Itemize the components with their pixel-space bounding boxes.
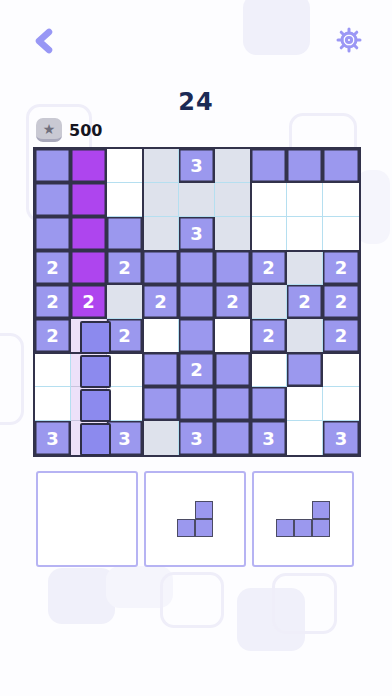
board-cell-r2c6[interactable] <box>215 183 251 217</box>
board-cell-r8c1[interactable] <box>35 387 71 421</box>
animating-block <box>80 355 111 388</box>
board-cell-r7c9[interactable] <box>323 353 359 387</box>
board-cell-r6c7[interactable]: 2 <box>251 319 287 353</box>
board-cell-r3c5[interactable]: 3 <box>179 217 215 251</box>
tray-slot-1[interactable] <box>36 471 138 567</box>
board-cell-r5c9[interactable]: 2 <box>323 285 359 319</box>
board-cell-r7c3[interactable] <box>107 353 143 387</box>
piece-empty <box>294 501 312 519</box>
board-cell-r7c6[interactable] <box>215 353 251 387</box>
board-cell-r6c2[interactable] <box>71 319 107 353</box>
board-cell-r5c2[interactable]: 2 <box>71 285 107 319</box>
board-cell-r4c6[interactable] <box>215 251 251 285</box>
cell-value: 2 <box>262 325 275 346</box>
board-cell-r2c9[interactable] <box>323 183 359 217</box>
score-value: 24 <box>0 88 392 116</box>
board-cell-r4c5[interactable] <box>179 251 215 285</box>
board-cell-r5c8[interactable]: 2 <box>287 285 323 319</box>
cell-value: 2 <box>335 291 348 312</box>
piece-block <box>294 519 312 537</box>
board-cell-r6c9[interactable]: 2 <box>323 319 359 353</box>
animating-block <box>80 423 111 456</box>
board-cell-r8c3[interactable] <box>107 387 143 421</box>
star-icon: ★ <box>43 122 56 136</box>
bg-shape <box>272 573 337 634</box>
board-cell-r9c1[interactable]: 3 <box>35 421 71 455</box>
cell-value: 3 <box>262 428 275 449</box>
animating-block <box>80 321 111 354</box>
gear-icon <box>334 43 364 58</box>
bg-shape <box>106 566 173 608</box>
board-cell-r3c6[interactable] <box>215 217 251 251</box>
board-cell-r8c4[interactable] <box>143 387 179 421</box>
cell-value: 3 <box>118 428 131 449</box>
board-cell-r9c9[interactable]: 3 <box>323 421 359 455</box>
board-cell-r1c5[interactable]: 3 <box>179 149 215 183</box>
cell-value: 2 <box>262 257 275 278</box>
piece-empty <box>177 501 195 519</box>
cell-value: 2 <box>46 291 59 312</box>
board-cell-r4c4[interactable] <box>143 251 179 285</box>
board-cell-r4c7[interactable]: 2 <box>251 251 287 285</box>
tray-slot-3[interactable] <box>252 471 354 567</box>
board-cell-r9c4[interactable] <box>143 421 179 455</box>
bg-shape <box>243 0 310 55</box>
settings-button[interactable] <box>334 25 364 55</box>
board-cell-r6c1[interactable]: 2 <box>35 319 71 353</box>
cell-value: 2 <box>118 257 131 278</box>
cell-value: 2 <box>154 291 167 312</box>
cell-value: 2 <box>298 291 311 312</box>
board-cell-r6c6[interactable] <box>215 319 251 353</box>
board-cell-r4c1[interactable]: 2 <box>35 251 71 285</box>
cell-value: 3 <box>190 223 203 244</box>
board-cell-r8c9[interactable] <box>323 387 359 421</box>
cell-value: 3 <box>190 155 203 176</box>
board-cell-r2c1[interactable] <box>35 183 71 217</box>
cell-value: 2 <box>190 359 203 380</box>
board-cell-r3c9[interactable] <box>323 217 359 251</box>
board-cell-r9c7[interactable]: 3 <box>251 421 287 455</box>
bg-shape <box>160 572 224 628</box>
board-cell-r9c6[interactable] <box>215 421 251 455</box>
board-cell-r8c7[interactable] <box>251 387 287 421</box>
board-cell-r8c2[interactable] <box>71 387 107 421</box>
animating-block <box>80 389 111 422</box>
board-cell-r2c3[interactable] <box>107 183 143 217</box>
piece-block <box>195 519 213 537</box>
board-cell-r5c5[interactable] <box>179 285 215 319</box>
cell-value: 2 <box>46 325 59 346</box>
board-cell-r5c7[interactable] <box>251 285 287 319</box>
game-screen: 24 ★ 500 3322222222222222233333 <box>0 0 392 696</box>
board-cell-r5c3[interactable] <box>107 285 143 319</box>
cell-value: 2 <box>335 325 348 346</box>
cell-value: 2 <box>82 291 95 312</box>
board-cell-r4c3[interactable]: 2 <box>107 251 143 285</box>
board-cell-r6c8[interactable] <box>287 319 323 353</box>
tray-piece-2[interactable] <box>177 501 213 537</box>
board-cell-r4c2[interactable] <box>71 251 107 285</box>
cell-value: 3 <box>335 428 348 449</box>
board-cell-r1c3[interactable] <box>107 149 143 183</box>
board-cell-r6c3[interactable]: 2 <box>107 319 143 353</box>
piece-block <box>312 519 330 537</box>
piece-block <box>195 501 213 519</box>
board-cell-r2c5[interactable] <box>179 183 215 217</box>
cell-value: 2 <box>226 291 239 312</box>
board-cell-r1c6[interactable] <box>215 149 251 183</box>
board-cell-r1c1[interactable] <box>35 149 71 183</box>
board-cell-r7c1[interactable] <box>35 353 71 387</box>
board-cell-r1c2[interactable] <box>71 149 107 183</box>
board-cell-r6c4[interactable] <box>143 319 179 353</box>
board-cell-r6c5[interactable] <box>179 319 215 353</box>
board-cell-r2c2[interactable] <box>71 183 107 217</box>
board-cell-r7c5[interactable]: 2 <box>179 353 215 387</box>
piece-block <box>177 519 195 537</box>
tray-piece-3[interactable] <box>276 501 330 537</box>
tray-slot-2[interactable] <box>144 471 246 567</box>
board-cell-r3c4[interactable] <box>143 217 179 251</box>
board-cell-r9c5[interactable]: 3 <box>179 421 215 455</box>
board-cell-r9c2[interactable] <box>71 421 107 455</box>
board-cell-r1c4[interactable] <box>143 149 179 183</box>
board-cell-r3c7[interactable] <box>251 217 287 251</box>
board-cell-r9c8[interactable] <box>287 421 323 455</box>
star-badge: ★ <box>36 118 62 142</box>
back-button[interactable] <box>30 27 60 57</box>
board-cell-r4c8[interactable] <box>287 251 323 285</box>
piece-block <box>312 501 330 519</box>
cell-value: 2 <box>118 325 131 346</box>
board-cell-r7c2[interactable] <box>71 353 107 387</box>
board-cell-r7c4[interactable] <box>143 353 179 387</box>
piece-block <box>276 519 294 537</box>
board-cell-r4c9[interactable]: 2 <box>323 251 359 285</box>
bg-shape <box>237 588 305 651</box>
star-count: 500 <box>69 121 102 140</box>
chevron-left-icon <box>32 43 58 58</box>
board-cell-r7c8[interactable] <box>287 353 323 387</box>
bg-shape <box>356 170 390 244</box>
board-cell-r8c6[interactable] <box>215 387 251 421</box>
board-grid: 3322222222222222233333 <box>33 147 361 457</box>
board-cell-r3c8[interactable] <box>287 217 323 251</box>
board-cell-r5c6[interactable]: 2 <box>215 285 251 319</box>
board-cell-r2c8[interactable] <box>287 183 323 217</box>
cell-value: 2 <box>46 257 59 278</box>
board-cell-r9c3[interactable]: 3 <box>107 421 143 455</box>
board-cell-r3c3[interactable] <box>107 217 143 251</box>
piece-empty <box>276 501 294 519</box>
board-cell-r8c8[interactable] <box>287 387 323 421</box>
board-cell-r3c1[interactable] <box>35 217 71 251</box>
board-cell-r3c2[interactable] <box>71 217 107 251</box>
cell-value: 2 <box>335 257 348 278</box>
star-counter: ★ 500 <box>36 117 102 143</box>
board-cell-r8c5[interactable] <box>179 387 215 421</box>
bg-shape <box>0 333 24 425</box>
board-cell-r2c7[interactable] <box>251 183 287 217</box>
bg-shape <box>48 568 115 624</box>
board-cell-r1c8[interactable] <box>287 149 323 183</box>
board-cell-r1c7[interactable] <box>251 149 287 183</box>
cell-value: 3 <box>46 428 59 449</box>
board-cell-r1c9[interactable] <box>323 149 359 183</box>
board-cell-r5c4[interactable]: 2 <box>143 285 179 319</box>
board-cell-r5c1[interactable]: 2 <box>35 285 71 319</box>
cell-value: 3 <box>190 428 203 449</box>
board-cell-r2c4[interactable] <box>143 183 179 217</box>
board-cell-r7c7[interactable] <box>251 353 287 387</box>
